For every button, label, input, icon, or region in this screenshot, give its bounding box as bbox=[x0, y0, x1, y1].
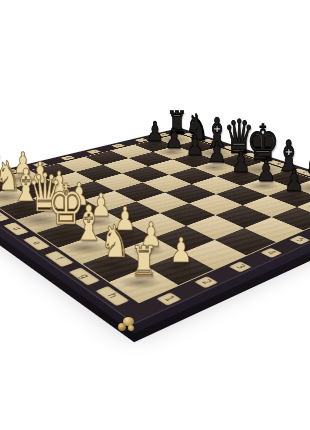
coord-tab-rank-5-right: 5 bbox=[289, 235, 310, 244]
coord-tab-rank-3-right: 3 bbox=[229, 261, 252, 272]
brass-clasp bbox=[116, 316, 140, 336]
coord-tab-rank-4-right: 4 bbox=[260, 248, 282, 258]
clasp-drop-small bbox=[128, 325, 134, 331]
coord-tab-rank-1-right: 1 bbox=[156, 292, 181, 305]
coord-tab-rank-2-right: 2 bbox=[194, 276, 218, 288]
clasp-drop bbox=[118, 323, 126, 331]
chess-set-product-photo: aabbccddeeffgghh8877665544332211 ♜♞♝♛♚♝♞… bbox=[0, 0, 310, 430]
chess-board: aabbccddeeffgghh8877665544332211 bbox=[0, 128, 310, 325]
